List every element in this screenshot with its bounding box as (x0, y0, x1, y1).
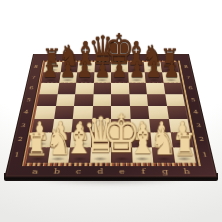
square-a5 (37, 94, 57, 106)
square-g1: ♞ (152, 147, 175, 163)
file-label: a (24, 166, 47, 176)
rank-label: 6 (25, 83, 38, 94)
square-d5 (93, 94, 112, 106)
square-e6 (111, 83, 129, 94)
rank-label: 3 (192, 119, 207, 133)
chess-set-photo: ♜♞♝♛♚♝♞♜♟♟♟♟♟♟♟♟♟♟♟♟♟♟♟♟♜♞♝♛♚♝♞♜ abcdefg… (0, 0, 222, 222)
square-e4 (111, 106, 130, 119)
square-a1: ♜ (26, 147, 49, 163)
square-d8: ♛ (94, 62, 111, 72)
square-d7: ♟ (94, 72, 111, 83)
file-label: h (159, 54, 176, 59)
square-c5 (74, 94, 93, 106)
square-h4 (167, 106, 188, 119)
square-f4 (130, 106, 150, 119)
file-label: g (143, 54, 160, 59)
rank-label: 6 (184, 83, 197, 94)
file-labels-top: abcdefgh (46, 54, 176, 59)
square-f5 (129, 94, 148, 106)
file-labels-bottom: abcdefgh (24, 166, 199, 176)
file-label: d (95, 54, 111, 59)
square-a7: ♟ (41, 72, 60, 83)
file-label: h (175, 166, 198, 176)
square-b4 (54, 106, 74, 119)
file-label: e (111, 54, 127, 59)
rank-label: 7 (182, 72, 194, 83)
board-grid: ♜♞♝♛♚♝♞♜♟♟♟♟♟♟♟♟♟♟♟♟♟♟♟♟♜♞♝♛♚♝♞♜ (26, 62, 196, 163)
square-f6 (128, 83, 146, 94)
square-f1: ♝ (131, 147, 153, 163)
square-e1: ♚ (111, 147, 132, 163)
square-f3 (130, 119, 150, 133)
square-h6 (163, 83, 183, 94)
square-g7: ♟ (145, 72, 163, 83)
square-c6 (75, 83, 93, 94)
rank-label: 5 (187, 94, 200, 106)
rank-label: 7 (27, 72, 39, 83)
square-g8: ♞ (144, 62, 162, 72)
square-g6 (146, 83, 165, 94)
square-b5 (56, 94, 76, 106)
square-d4 (92, 106, 111, 119)
square-h1: ♜ (172, 147, 195, 163)
square-a8: ♜ (43, 62, 61, 72)
rank-label: 8 (30, 62, 42, 72)
file-label: g (154, 166, 177, 176)
file-label: a (46, 54, 63, 59)
square-h5 (165, 94, 185, 106)
square-b7: ♟ (59, 72, 77, 83)
square-b1: ♞ (47, 147, 70, 163)
file-label: c (78, 54, 95, 59)
file-label: f (132, 166, 154, 176)
file-label: d (89, 166, 111, 176)
chess-board: ♜♞♝♛♚♝♞♜♟♟♟♟♟♟♟♟♟♟♟♟♟♟♟♟♜♞♝♛♚♝♞♜ abcdefg… (4, 54, 217, 177)
square-b8: ♞ (60, 62, 78, 72)
square-d6 (93, 83, 111, 94)
rank-label: 4 (189, 106, 203, 119)
square-d1: ♛ (90, 147, 111, 163)
square-h3 (168, 119, 190, 133)
file-label: e (111, 166, 133, 176)
rank-label: 1 (197, 147, 213, 163)
square-f7: ♟ (128, 72, 146, 83)
square-e3 (111, 119, 131, 133)
file-label: b (62, 54, 79, 59)
square-c4 (73, 106, 93, 119)
square-c7: ♟ (76, 72, 94, 83)
rank-label: 8 (180, 62, 192, 72)
file-label: b (45, 166, 68, 176)
square-a4 (35, 106, 56, 119)
square-e8: ♚ (111, 62, 128, 72)
square-c8: ♝ (77, 62, 94, 72)
square-b6 (57, 83, 76, 94)
square-d3 (91, 119, 111, 133)
rank-label: 2 (194, 132, 209, 147)
square-a3 (32, 119, 54, 133)
square-c3 (71, 119, 91, 133)
square-e7: ♟ (111, 72, 128, 83)
square-f8: ♝ (127, 62, 144, 72)
square-h7: ♟ (162, 72, 181, 83)
file-label: f (127, 54, 144, 59)
square-h8: ♜ (160, 62, 178, 72)
square-g3 (149, 119, 170, 133)
square-a6 (39, 83, 59, 94)
square-b3 (52, 119, 73, 133)
square-g5 (147, 94, 167, 106)
square-g4 (148, 106, 168, 119)
file-label: c (67, 166, 89, 176)
square-c1: ♝ (69, 147, 91, 163)
square-e5 (111, 94, 130, 106)
